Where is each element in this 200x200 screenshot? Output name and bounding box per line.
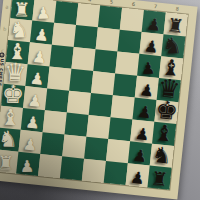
square-d1: ♛ <box>3 62 27 86</box>
square-e7: ♟ <box>132 98 156 122</box>
square-b5 <box>96 27 120 51</box>
square-e4 <box>67 91 91 115</box>
black-bishop: ♝ <box>159 56 183 80</box>
black-knight: ♞ <box>161 35 183 57</box>
square-h7: ♟ <box>126 163 150 187</box>
square-f8: ♝ <box>152 122 176 146</box>
square-f4 <box>65 113 89 137</box>
square-a8: ♜ <box>164 12 188 36</box>
square-c3 <box>50 45 74 69</box>
white-pawn: ♟ <box>32 5 54 21</box>
square-d7: ♟ <box>135 76 159 100</box>
square-f5 <box>86 115 110 139</box>
file-label: a <box>4 0 9 18</box>
square-a1: ♜ <box>10 0 34 20</box>
square-e8: ♚ <box>154 100 178 124</box>
square-g7: ♟ <box>128 141 152 165</box>
square-b4 <box>74 25 98 49</box>
square-a2: ♟ <box>32 0 56 23</box>
square-a5 <box>98 5 122 29</box>
square-e1: ♚ <box>1 84 25 108</box>
square-b1: ♞ <box>8 18 32 42</box>
white-rook: ♜ <box>10 0 33 20</box>
white-knight: ♞ <box>8 19 30 41</box>
black-knight: ♞ <box>150 144 174 168</box>
square-g5 <box>84 137 108 161</box>
photo-stage: 12345678 abcdefgh US CHESS ♜♟♟♜♞♟♟♞♝♟♟♝♛… <box>0 0 200 200</box>
square-c2: ♟ <box>28 42 52 66</box>
board-grid: ♜♟♟♜♞♟♟♞♝♟♟♝♛♟♟♛♚♟♟♚♝♟♟♝♞♟♟♞♜♟♟♜ <box>0 0 188 190</box>
square-g8: ♞ <box>150 144 174 168</box>
square-b2: ♟ <box>30 20 54 44</box>
square-h8: ♜ <box>147 166 171 190</box>
white-bishop: ♝ <box>0 106 22 129</box>
square-c6 <box>115 52 139 76</box>
square-g4 <box>62 134 86 158</box>
square-e5 <box>89 93 113 117</box>
square-a4 <box>76 3 100 27</box>
square-a6 <box>120 8 144 32</box>
rank-label: 8 <box>166 5 188 12</box>
square-f2: ♟ <box>21 108 45 132</box>
us-chess-logo-icon <box>0 52 5 57</box>
square-c8: ♝ <box>159 56 183 80</box>
file-label: b <box>2 18 7 40</box>
square-b3 <box>52 23 76 47</box>
square-h5 <box>82 159 106 183</box>
white-queen: ♛ <box>4 60 27 86</box>
square-g2: ♟ <box>18 130 42 154</box>
square-f6 <box>108 117 132 141</box>
square-f7: ♟ <box>130 119 154 143</box>
square-f3 <box>43 110 67 134</box>
square-h2: ♟ <box>16 152 40 176</box>
square-g6 <box>106 139 130 163</box>
square-h3 <box>38 154 62 178</box>
square-d3 <box>47 67 71 91</box>
black-bishop: ♝ <box>152 122 176 146</box>
black-queen: ♛ <box>157 75 181 102</box>
white-bishop: ♝ <box>6 41 29 64</box>
rank-label: 7 <box>144 3 166 10</box>
brand-text: US CHESS <box>0 58 4 86</box>
square-c1: ♝ <box>6 40 30 64</box>
square-b8: ♞ <box>161 34 185 58</box>
square-d4 <box>69 69 93 93</box>
square-c7: ♟ <box>137 54 161 78</box>
white-rook: ♜ <box>0 153 17 173</box>
square-b6 <box>117 30 141 54</box>
black-rook: ♜ <box>164 15 188 36</box>
square-d8: ♛ <box>157 78 181 102</box>
chess-board: 12345678 abcdefgh US CHESS ♜♟♟♜♞♟♟♞♝♟♟♝♛… <box>0 0 198 200</box>
rank-label: 6 <box>122 1 144 8</box>
square-h6 <box>104 161 128 185</box>
white-king: ♚ <box>1 81 24 107</box>
square-c4 <box>71 47 95 71</box>
square-a7: ♟ <box>142 10 166 34</box>
square-g1: ♞ <box>0 128 21 152</box>
white-pawn: ♟ <box>16 159 38 175</box>
square-d2: ♟ <box>25 64 49 88</box>
square-e3 <box>45 88 69 112</box>
black-king: ♚ <box>154 97 178 124</box>
square-g3 <box>40 132 64 156</box>
square-c5 <box>93 49 117 73</box>
square-d5 <box>91 71 115 95</box>
square-b7: ♟ <box>139 32 163 56</box>
square-e6 <box>111 95 135 119</box>
black-pawn: ♟ <box>137 61 159 77</box>
white-knight: ♞ <box>0 128 19 151</box>
square-h4 <box>60 156 84 180</box>
black-pawn: ♟ <box>126 169 150 188</box>
square-d6 <box>113 73 137 97</box>
square-e2: ♟ <box>23 86 47 110</box>
square-f1: ♝ <box>0 106 23 130</box>
square-a3 <box>54 1 78 25</box>
black-rook: ♜ <box>147 169 171 190</box>
